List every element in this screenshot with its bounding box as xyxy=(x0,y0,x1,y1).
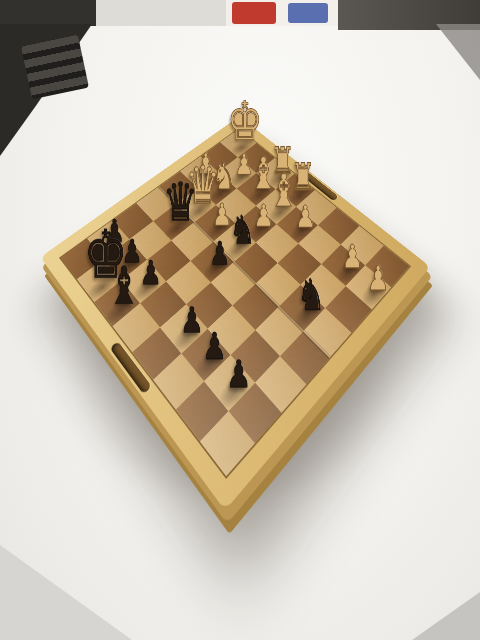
piece-white-pawn-a2[interactable]: ♟ xyxy=(367,261,389,295)
piece-black-pawn-d7[interactable]: ♟ xyxy=(180,302,204,338)
piece-black-pawn-e5[interactable]: ♟ xyxy=(209,237,231,269)
piece-black-pawn-f7[interactable]: ♟ xyxy=(140,256,162,289)
piece-black-pawn-b7[interactable]: ♟ xyxy=(226,355,251,393)
piece-white-pawn-b2[interactable]: ♟ xyxy=(342,240,364,273)
piece-white-pawn-d2[interactable]: ♟ xyxy=(295,201,315,232)
piece-white-pawn-e3[interactable]: ♟ xyxy=(253,200,273,231)
photo-scene: { "game": "chess", "scene": { "descripti… xyxy=(0,0,480,640)
piece-black-knight-e4[interactable]: ♞ xyxy=(229,210,255,249)
square-b2[interactable]: ♟ xyxy=(321,245,365,286)
table-top: ♟♟♚♚♟♛♛♞♟♝♟♟♝♜♟♞♟♝♜♟♟♟♟♞♟♟ xyxy=(0,0,480,640)
piece-black-pawn-c7[interactable]: ♟ xyxy=(202,327,226,364)
board-grid: ♟♟♚♚♟♛♛♞♟♝♟♟♝♜♟♞♟♝♜♟♟♟♟♞♟♟ xyxy=(61,129,410,476)
piece-black-knight-b4[interactable]: ♞ xyxy=(297,273,326,316)
piece-black-bishop-f8[interactable]: ♝ xyxy=(107,260,141,312)
chess-board: ♟♟♚♚♟♛♛♞♟♝♟♟♝♜♟♞♟♝♜♟♟♟♟♞♟♟ xyxy=(40,116,430,510)
piece-black-queen-g5[interactable]: ♛ xyxy=(163,175,199,229)
piece-white-king-h1[interactable]: ♚ xyxy=(227,94,263,148)
square-d7[interactable]: ♟ xyxy=(160,304,208,353)
board-frame: ♟♟♚♚♟♛♛♞♟♝♟♟♝♜♟♞♟♝♜♟♟♟♟♞♟♟ xyxy=(40,116,430,510)
